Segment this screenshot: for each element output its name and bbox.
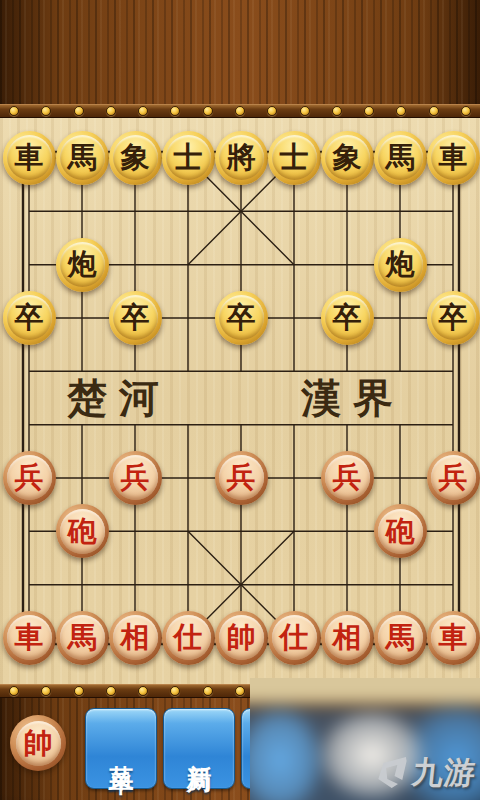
rivet: [74, 686, 84, 696]
piece-馬-black[interactable]: 馬: [56, 131, 109, 185]
rivet: [170, 106, 180, 116]
piece-char: 馬: [386, 143, 415, 172]
piece-char: 車: [15, 143, 44, 172]
piece-炮-black[interactable]: 炮: [374, 238, 427, 292]
piece-char: 兵: [333, 463, 362, 492]
piece-char: 卒: [333, 303, 362, 332]
piece-象-black[interactable]: 象: [109, 131, 162, 185]
rivet: [267, 106, 277, 116]
watermark-text: 九游: [410, 752, 478, 794]
piece-char: 兵: [439, 463, 468, 492]
rivet: [203, 686, 213, 696]
wood-frame-top: [0, 0, 480, 104]
piece-相-red[interactable]: 相: [321, 611, 374, 665]
piece-char: 車: [15, 623, 44, 652]
piece-仕-red[interactable]: 仕: [162, 611, 215, 665]
rivet: [461, 106, 471, 116]
rivet: [41, 106, 51, 116]
watermark: 九游: [376, 752, 476, 794]
piece-馬-red[interactable]: 馬: [374, 611, 427, 665]
piece-char: 兵: [15, 463, 44, 492]
piece-char: 仕: [174, 623, 203, 652]
piece-士-black[interactable]: 士: [162, 131, 215, 185]
piece-char: 車: [439, 623, 468, 652]
rivet: [106, 686, 116, 696]
xiangqi-board[interactable]: 楚河 漢界 車馬象士將士象馬車炮炮卒卒卒卒卒兵兵兵兵兵砲砲車馬相仕帥仕相馬車: [0, 118, 480, 684]
piece-兵-red[interactable]: 兵: [427, 451, 480, 505]
rivet: [41, 686, 51, 696]
piece-相-red[interactable]: 相: [109, 611, 162, 665]
piece-char: 砲: [68, 517, 97, 546]
rivet: [332, 106, 342, 116]
piece-char: 炮: [386, 250, 415, 279]
piece-char: 炮: [68, 250, 97, 279]
piece-馬-red[interactable]: 馬: [56, 611, 109, 665]
piece-char: 仕: [280, 623, 309, 652]
menu-button-label: 菜单: [105, 744, 138, 754]
piece-char: 卒: [439, 303, 468, 332]
rivet: [138, 686, 148, 696]
piece-車-red[interactable]: 車: [427, 611, 480, 665]
piece-卒-black[interactable]: 卒: [321, 291, 374, 345]
red-general-icon: 帥: [10, 715, 66, 771]
piece-char: 兵: [227, 463, 256, 492]
piece-char: 車: [439, 143, 468, 172]
piece-砲-red[interactable]: 砲: [56, 504, 109, 558]
piece-char: 象: [121, 143, 150, 172]
rivet: [170, 686, 180, 696]
piece-將-black[interactable]: 將: [215, 131, 268, 185]
piece-char: 馬: [386, 623, 415, 652]
rivet: [235, 106, 245, 116]
piece-車-black[interactable]: 車: [3, 131, 56, 185]
piece-char: 卒: [121, 303, 150, 332]
jiuyou-logo-icon: [376, 755, 408, 791]
piece-char: 卒: [227, 303, 256, 332]
piece-象-black[interactable]: 象: [321, 131, 374, 185]
piece-卒-black[interactable]: 卒: [3, 291, 56, 345]
piece-卒-black[interactable]: 卒: [427, 291, 480, 345]
rivet: [106, 106, 116, 116]
piece-char: 砲: [386, 517, 415, 546]
piece-char: 士: [280, 143, 309, 172]
piece-char: 卒: [15, 303, 44, 332]
new-game-button[interactable]: 新局: [163, 708, 235, 789]
piece-char: 馬: [68, 623, 97, 652]
rivet: [235, 686, 245, 696]
rivet-rail-top: [0, 104, 480, 118]
piece-帥-red[interactable]: 帥: [215, 611, 268, 665]
piece-兵-red[interactable]: 兵: [3, 451, 56, 505]
piece-char: 馬: [68, 143, 97, 172]
rivet: [74, 106, 84, 116]
rivet: [138, 106, 148, 116]
piece-炮-black[interactable]: 炮: [56, 238, 109, 292]
piece-char: 相: [121, 623, 150, 652]
piece-馬-black[interactable]: 馬: [374, 131, 427, 185]
piece-兵-red[interactable]: 兵: [215, 451, 268, 505]
red-general-icon-char: 帥: [24, 729, 53, 758]
piece-仕-red[interactable]: 仕: [268, 611, 321, 665]
rivet: [203, 106, 213, 116]
piece-卒-black[interactable]: 卒: [215, 291, 268, 345]
menu-button[interactable]: 菜单: [85, 708, 157, 789]
piece-士-black[interactable]: 士: [268, 131, 321, 185]
rivet: [429, 106, 439, 116]
piece-char: 帥: [227, 623, 256, 652]
rivet: [364, 106, 374, 116]
points-grid: 車馬象士將士象馬車炮炮卒卒卒卒卒兵兵兵兵兵砲砲車馬相仕帥仕相馬車: [3, 131, 480, 664]
rivet: [396, 106, 406, 116]
rivet: [300, 106, 310, 116]
new-game-button-label: 新局: [183, 744, 216, 754]
piece-兵-red[interactable]: 兵: [321, 451, 374, 505]
piece-車-red[interactable]: 車: [3, 611, 56, 665]
piece-char: 士: [174, 143, 203, 172]
rivet: [9, 686, 19, 696]
piece-車-black[interactable]: 車: [427, 131, 480, 185]
xiangqi-app-screen: 楚河 漢界 車馬象士將士象馬車炮炮卒卒卒卒卒兵兵兵兵兵砲砲車馬相仕帥仕相馬車 帥…: [0, 0, 480, 800]
piece-兵-red[interactable]: 兵: [109, 451, 162, 505]
piece-砲-red[interactable]: 砲: [374, 504, 427, 558]
piece-char: 兵: [121, 463, 150, 492]
piece-卒-black[interactable]: 卒: [109, 291, 162, 345]
piece-char: 將: [227, 143, 256, 172]
piece-char: 象: [333, 143, 362, 172]
piece-char: 相: [333, 623, 362, 652]
rivet: [9, 106, 19, 116]
